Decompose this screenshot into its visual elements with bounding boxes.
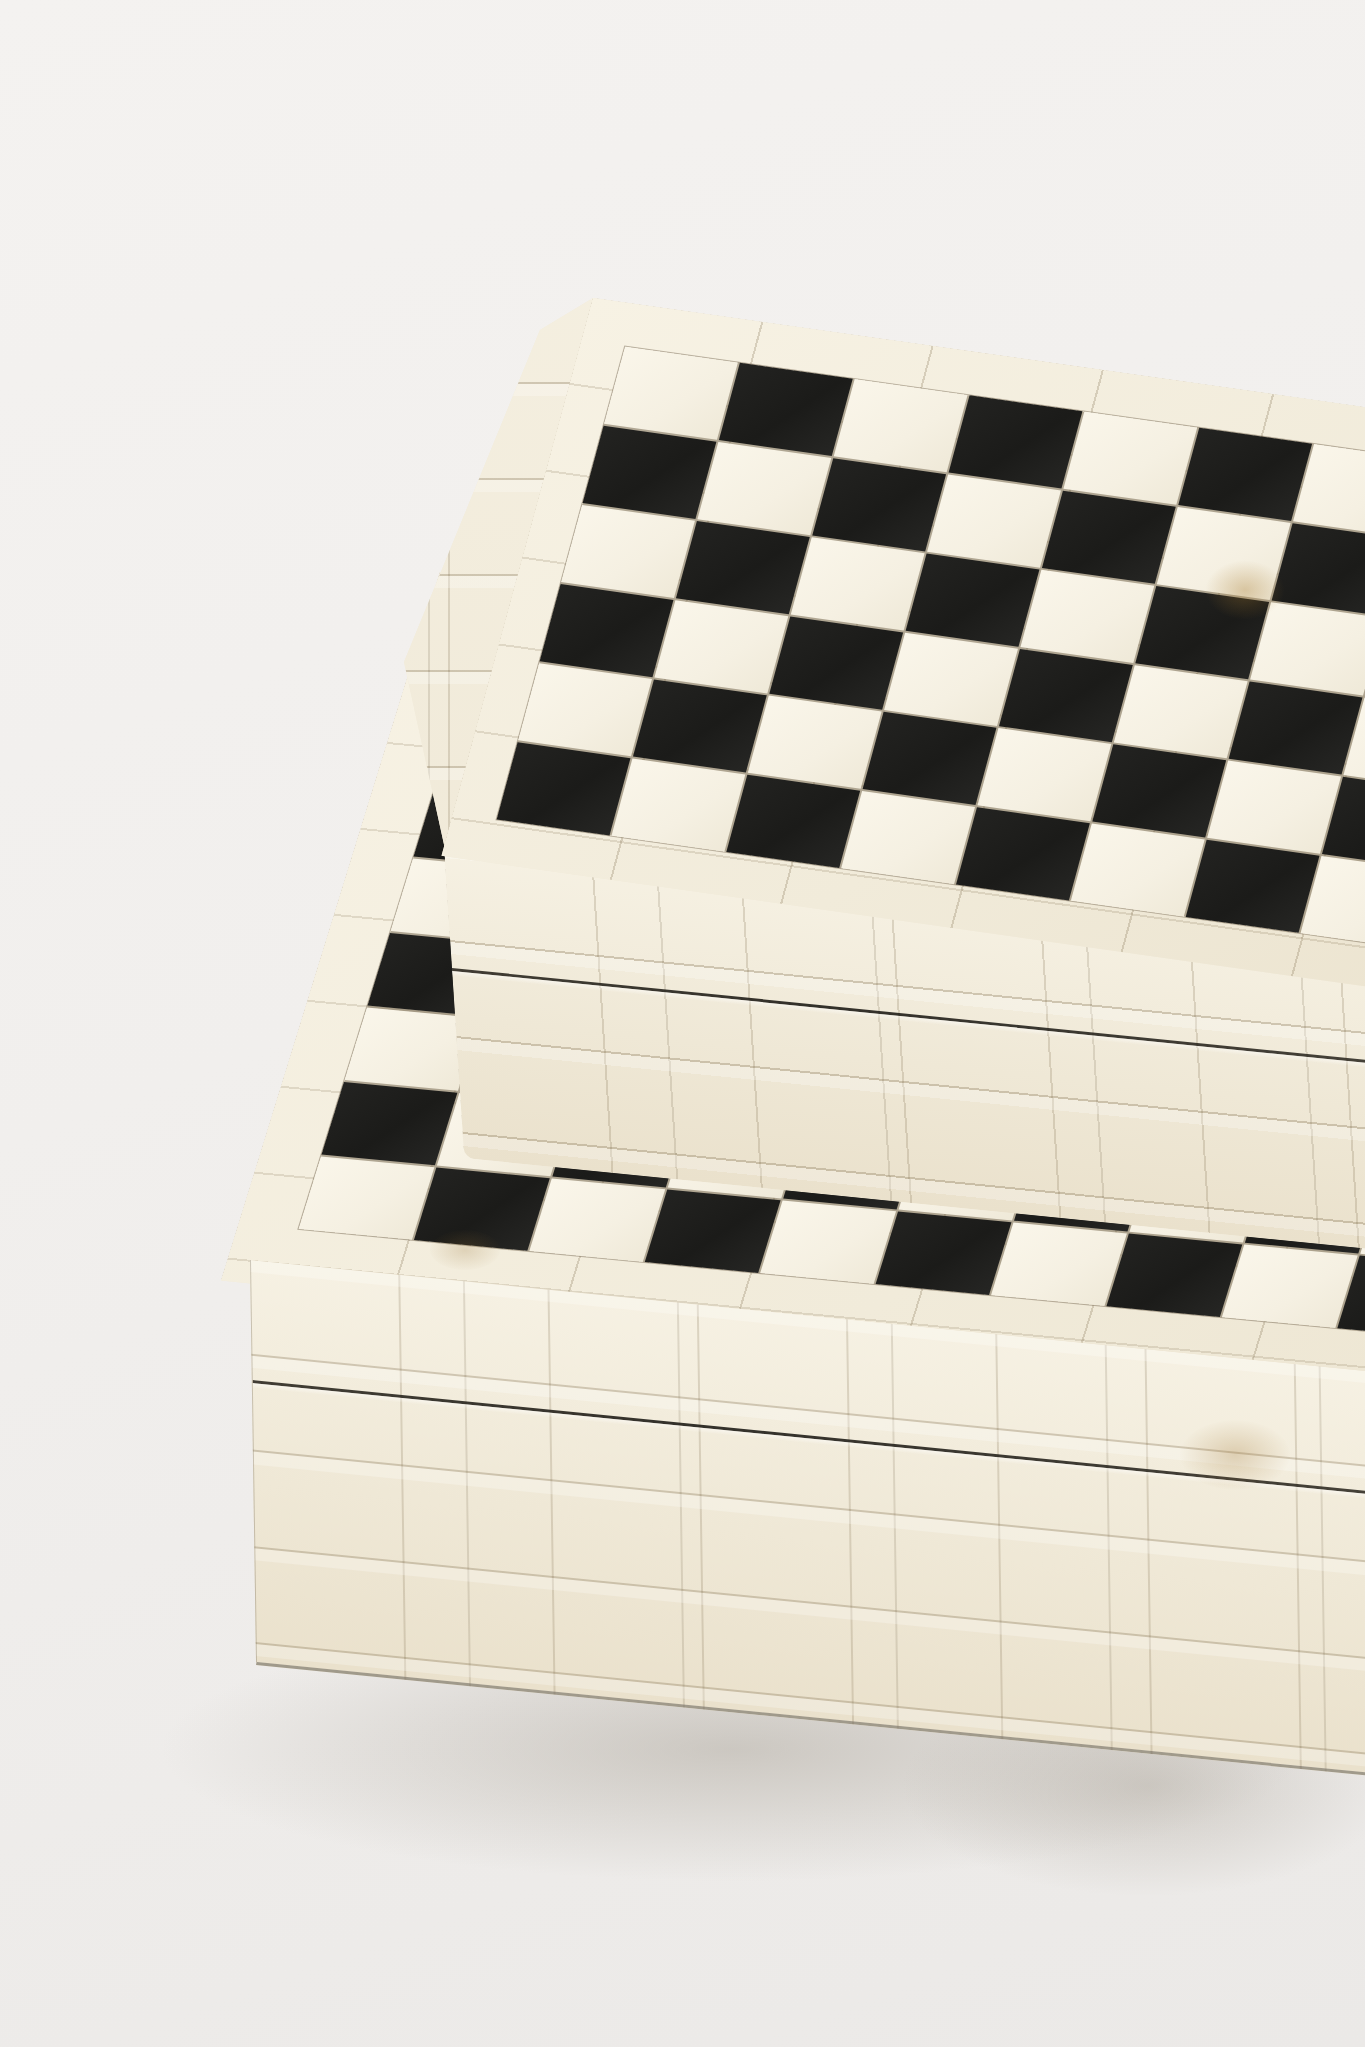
board-cell-r1c5-light <box>1157 507 1291 600</box>
board-cell-r4c5-dark <box>1092 744 1226 837</box>
board-cell-r5c2-dark <box>726 775 860 868</box>
board-cell-r4c6-light <box>1207 761 1341 854</box>
board-cell-r1c3-light <box>927 474 1061 567</box>
board-cell-r4c3-dark <box>863 712 997 805</box>
top-box-board-grid <box>497 347 1365 949</box>
board-cell-r0c5-dark <box>1178 428 1312 521</box>
board-cell-r3c5-light <box>1114 665 1248 758</box>
board-cell-r0c2-light <box>834 379 968 472</box>
board-cell-r7c0-light <box>299 1156 435 1239</box>
board-cell-r0c4-light <box>1063 412 1197 505</box>
board-cell-r3c4-dark <box>999 649 1133 742</box>
board-cell-r3c0-dark <box>540 584 674 677</box>
board-cell-r7c5-dark <box>876 1212 1012 1295</box>
board-cell-r4c1-dark <box>633 679 767 772</box>
board-cell-r4c4-light <box>977 728 1111 821</box>
board-cell-r4c2-light <box>748 696 882 789</box>
board-cell-r7c1-dark <box>414 1167 550 1250</box>
board-cell-r6c0-dark <box>322 1082 458 1165</box>
board-cell-r1c2-dark <box>812 458 946 551</box>
board-cell-r2c5-dark <box>1135 586 1269 679</box>
board-cell-r5c5-light <box>1071 823 1205 916</box>
board-cell-r0c3-dark <box>949 395 1083 488</box>
board-cell-r7c8-light <box>1222 1245 1358 1328</box>
board-cell-r2c0-light <box>561 505 695 598</box>
board-cell-r3c2-dark <box>769 616 903 709</box>
top-box-lid-seam <box>452 968 1365 1064</box>
board-cell-r5c3-light <box>841 791 975 884</box>
board-cell-r7c2-light <box>529 1178 665 1261</box>
board-cell-r0c0-light <box>604 347 738 440</box>
board-cell-r1c4-dark <box>1042 491 1176 584</box>
board-cell-r5c6-dark <box>1186 840 1320 933</box>
board-cell-r2c4-light <box>1020 570 1154 663</box>
board-cell-r7c4-light <box>760 1201 896 1284</box>
photo-scene <box>0 0 1365 2047</box>
board-cell-r2c1-dark <box>676 521 810 614</box>
board-cell-r2c6-light <box>1250 602 1365 695</box>
bottom-box-lid-seam <box>253 1380 1365 1494</box>
board-cell-r0c1-dark <box>719 363 853 456</box>
board-cell-r4c0-light <box>518 663 652 756</box>
board-cell-r1c0-dark <box>583 426 717 519</box>
board-cell-r3c3-light <box>884 633 1018 726</box>
board-cell-r5c4-dark <box>956 807 1090 900</box>
board-cell-r1c1-light <box>697 442 831 535</box>
board-cell-r5c1-light <box>611 759 745 852</box>
board-cell-r3c1-light <box>654 600 788 693</box>
board-cell-r3c6-dark <box>1229 681 1363 774</box>
board-cell-r5c0-dark <box>497 742 631 835</box>
board-cell-r2c2-light <box>791 537 925 630</box>
board-cell-r2c3-dark <box>906 554 1040 647</box>
board-cell-r7c6-light <box>991 1223 1127 1306</box>
board-cell-r7c3-dark <box>645 1189 781 1272</box>
board-cell-r7c7-dark <box>1106 1234 1242 1317</box>
